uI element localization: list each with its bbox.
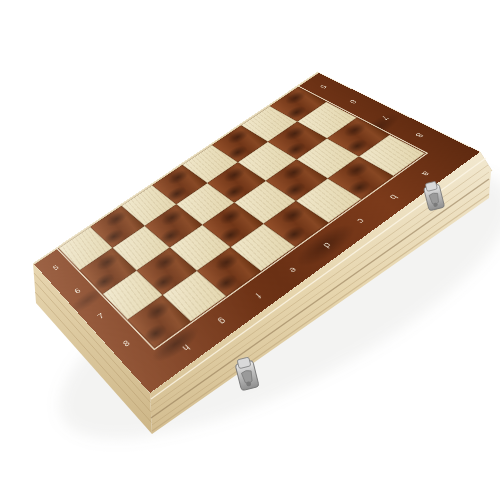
rank-label-left-6: 6	[62, 279, 92, 303]
rank-label-right-6: 6	[338, 92, 367, 111]
rank-label-right-8: 8	[403, 125, 435, 146]
rank-label-left-7: 7	[85, 304, 117, 329]
rank-label-right-5: 5	[309, 78, 337, 96]
rank-label-right-7: 7	[369, 108, 400, 128]
rank-label-left-8: 8	[110, 330, 143, 357]
chess-box-product-photo: 55667788hgfedcba	[0, 0, 500, 500]
rank-label-left-5: 5	[41, 257, 70, 279]
